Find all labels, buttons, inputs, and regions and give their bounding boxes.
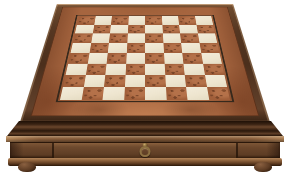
square-b1[interactable] (81, 87, 104, 100)
square-a8[interactable] (77, 16, 95, 24)
right-bun-foot (254, 162, 272, 172)
square-a4[interactable] (68, 53, 89, 64)
square-b3[interactable] (85, 63, 106, 74)
square-g1[interactable] (186, 87, 209, 100)
square-f8[interactable] (162, 16, 179, 24)
square-g5[interactable] (181, 43, 201, 53)
square-d2[interactable] (124, 75, 145, 87)
base-molding (8, 158, 282, 166)
square-b7[interactable] (92, 25, 111, 34)
square-c5[interactable] (108, 43, 127, 53)
square-h1[interactable] (207, 87, 230, 100)
square-b8[interactable] (94, 16, 112, 24)
square-g7[interactable] (179, 25, 198, 34)
pull-ring-icon (140, 146, 151, 157)
square-a5[interactable] (71, 43, 91, 53)
square-e2[interactable] (145, 75, 166, 87)
square-h7[interactable] (196, 25, 215, 34)
square-c6[interactable] (109, 33, 128, 42)
square-a1[interactable] (60, 87, 83, 100)
square-c7[interactable] (110, 25, 128, 34)
square-f2[interactable] (165, 75, 186, 87)
square-a3[interactable] (66, 63, 88, 74)
chessboard-photo (0, 0, 290, 173)
square-f3[interactable] (164, 63, 184, 74)
burl-border (31, 7, 260, 116)
drawer-row (10, 142, 280, 159)
square-h5[interactable] (199, 43, 219, 53)
square-g8[interactable] (178, 16, 196, 24)
square-g4[interactable] (182, 53, 202, 64)
board-frame (20, 4, 270, 122)
square-e5[interactable] (145, 43, 164, 53)
square-b5[interactable] (89, 43, 109, 53)
square-e3[interactable] (145, 63, 165, 74)
square-b6[interactable] (91, 33, 110, 42)
square-d6[interactable] (127, 33, 145, 42)
square-c1[interactable] (102, 87, 124, 100)
square-c8[interactable] (111, 16, 128, 24)
square-c3[interactable] (105, 63, 125, 74)
case-top-molding (7, 121, 283, 136)
square-b4[interactable] (87, 53, 107, 64)
square-a2[interactable] (63, 75, 86, 87)
square-d8[interactable] (128, 16, 145, 24)
square-g2[interactable] (185, 75, 207, 87)
square-d3[interactable] (125, 63, 145, 74)
square-h4[interactable] (201, 53, 222, 64)
square-f5[interactable] (163, 43, 182, 53)
square-h3[interactable] (203, 63, 225, 74)
square-f6[interactable] (163, 33, 182, 42)
left-bun-foot (18, 162, 36, 172)
chess-board (20, 4, 270, 122)
square-e1[interactable] (145, 87, 166, 100)
square-d7[interactable] (127, 25, 145, 34)
square-d1[interactable] (124, 87, 145, 100)
square-d5[interactable] (126, 43, 145, 53)
square-h8[interactable] (195, 16, 213, 24)
square-b2[interactable] (83, 75, 105, 87)
board-pinstripe (56, 15, 235, 103)
square-g3[interactable] (183, 63, 204, 74)
square-e4[interactable] (145, 53, 164, 64)
square-g6[interactable] (180, 33, 199, 42)
drawer-front (52, 143, 238, 159)
square-f4[interactable] (164, 53, 184, 64)
square-f7[interactable] (162, 25, 180, 34)
square-e7[interactable] (145, 25, 163, 34)
square-h6[interactable] (198, 33, 218, 42)
board-grid (60, 16, 230, 100)
square-e8[interactable] (145, 16, 162, 24)
square-f1[interactable] (166, 87, 188, 100)
square-c2[interactable] (104, 75, 125, 87)
square-e6[interactable] (145, 33, 163, 42)
drawer-ring-pull (138, 143, 152, 159)
square-a6[interactable] (73, 33, 93, 42)
square-h2[interactable] (205, 75, 228, 87)
square-d4[interactable] (126, 53, 145, 64)
square-a7[interactable] (75, 25, 94, 34)
square-c4[interactable] (107, 53, 127, 64)
